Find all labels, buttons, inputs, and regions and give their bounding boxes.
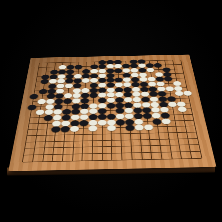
- intersection[interactable]: [87, 157, 97, 164]
- go-board: ●●●●●●●●●●●●●●●●●●●●●●●●●●●●●●●●●●●●●●●●…: [8, 55, 216, 172]
- intersection[interactable]: [117, 156, 127, 163]
- intersection[interactable]: [97, 157, 107, 164]
- table-surface: ●●●●●●●●●●●●●●●●●●●●●●●●●●●●●●●●●●●●●●●●…: [0, 0, 222, 222]
- intersection[interactable]: [196, 155, 207, 162]
- goban-grid: ●●●●●●●●●●●●●●●●●●●●●●●●●●●●●●●●●●●●●●●●…: [17, 58, 207, 166]
- intersection[interactable]: [107, 157, 117, 164]
- intersection[interactable]: [137, 156, 148, 163]
- intersection[interactable]: [57, 158, 68, 165]
- intersection[interactable]: [77, 157, 87, 164]
- intersection[interactable]: [127, 156, 137, 163]
- intersection[interactable]: [67, 157, 77, 164]
